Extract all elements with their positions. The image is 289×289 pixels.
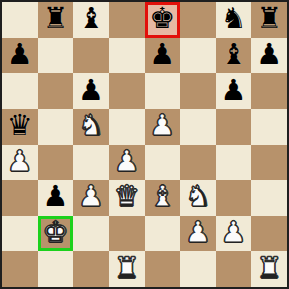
black-rook[interactable]: ♜ [256,4,282,33]
square-b8[interactable]: ♜ [38,2,74,38]
square-c4[interactable] [73,145,109,181]
black-pawn[interactable]: ♟ [256,40,282,69]
square-c5[interactable]: ♞ [73,109,109,145]
white-bishop[interactable]: ♝ [149,182,175,211]
white-queen[interactable]: ♛ [114,182,140,211]
square-c6[interactable]: ♟ [73,73,109,109]
square-f3[interactable]: ♞ [180,180,216,216]
square-b6[interactable] [38,73,74,109]
square-g1[interactable] [216,251,252,287]
square-f5[interactable] [180,109,216,145]
square-b4[interactable] [38,145,74,181]
square-g3[interactable] [216,180,252,216]
square-f1[interactable] [180,251,216,287]
white-knight[interactable]: ♞ [185,182,211,211]
square-h1[interactable]: ♜ [251,251,287,287]
square-e6[interactable] [145,73,181,109]
square-a5[interactable]: ♛ [2,109,38,145]
square-c8[interactable]: ♝ [73,2,109,38]
square-f4[interactable] [180,145,216,181]
white-pawn[interactable]: ♟ [7,147,33,176]
square-d2[interactable] [109,216,145,252]
chess-board: ♜♝♚♞♜♟♟♝♟♟♟♛♞♟♟♟♟♟♛♝♞♚♟♟♜♜ [0,0,289,289]
square-b1[interactable] [38,251,74,287]
black-pawn[interactable]: ♟ [7,40,33,69]
white-rook[interactable]: ♜ [114,254,140,283]
square-c7[interactable] [73,38,109,74]
square-a4[interactable]: ♟ [2,145,38,181]
square-c3[interactable]: ♟ [73,180,109,216]
white-pawn[interactable]: ♟ [185,218,211,247]
square-h6[interactable] [251,73,287,109]
black-bishop[interactable]: ♝ [221,40,247,69]
black-bishop[interactable]: ♝ [78,4,104,33]
black-king[interactable]: ♚ [149,4,175,33]
square-c1[interactable] [73,251,109,287]
square-d4[interactable]: ♟ [109,145,145,181]
square-g4[interactable] [216,145,252,181]
white-rook[interactable]: ♜ [256,254,282,283]
white-pawn[interactable]: ♟ [78,182,104,211]
square-g2[interactable]: ♟ [216,216,252,252]
square-e1[interactable] [145,251,181,287]
square-h5[interactable] [251,109,287,145]
square-a2[interactable] [2,216,38,252]
square-h7[interactable]: ♟ [251,38,287,74]
square-a3[interactable] [2,180,38,216]
black-knight[interactable]: ♞ [221,4,247,33]
board-grid: ♜♝♚♞♜♟♟♝♟♟♟♛♞♟♟♟♟♟♛♝♞♚♟♟♜♜ [2,2,287,287]
white-pawn[interactable]: ♟ [221,218,247,247]
square-e5[interactable]: ♟ [145,109,181,145]
square-h4[interactable] [251,145,287,181]
square-b5[interactable] [38,109,74,145]
black-pawn[interactable]: ♟ [149,40,175,69]
square-g5[interactable] [216,109,252,145]
square-g6[interactable]: ♟ [216,73,252,109]
square-h8[interactable]: ♜ [251,2,287,38]
square-h2[interactable] [251,216,287,252]
square-e2[interactable] [145,216,181,252]
square-e8[interactable]: ♚ [145,2,181,38]
square-g8[interactable]: ♞ [216,2,252,38]
square-e7[interactable]: ♟ [145,38,181,74]
square-h3[interactable] [251,180,287,216]
square-d1[interactable]: ♜ [109,251,145,287]
square-f6[interactable] [180,73,216,109]
square-c2[interactable] [73,216,109,252]
square-a6[interactable] [2,73,38,109]
square-f7[interactable] [180,38,216,74]
square-d3[interactable]: ♛ [109,180,145,216]
black-queen[interactable]: ♛ [7,111,33,140]
square-f2[interactable]: ♟ [180,216,216,252]
square-d6[interactable] [109,73,145,109]
square-a1[interactable] [2,251,38,287]
white-knight[interactable]: ♞ [78,111,104,140]
white-king[interactable]: ♚ [42,218,68,247]
square-e4[interactable] [145,145,181,181]
white-pawn[interactable]: ♟ [114,147,140,176]
square-d8[interactable] [109,2,145,38]
black-pawn[interactable]: ♟ [42,182,68,211]
square-e3[interactable]: ♝ [145,180,181,216]
white-pawn[interactable]: ♟ [149,111,175,140]
black-rook[interactable]: ♜ [42,4,68,33]
square-d5[interactable] [109,109,145,145]
square-a7[interactable]: ♟ [2,38,38,74]
square-d7[interactable] [109,38,145,74]
black-pawn[interactable]: ♟ [78,76,104,105]
square-b7[interactable] [38,38,74,74]
black-pawn[interactable]: ♟ [221,76,247,105]
square-b2[interactable]: ♚ [38,216,74,252]
square-f8[interactable] [180,2,216,38]
square-a8[interactable] [2,2,38,38]
square-g7[interactable]: ♝ [216,38,252,74]
square-b3[interactable]: ♟ [38,180,74,216]
